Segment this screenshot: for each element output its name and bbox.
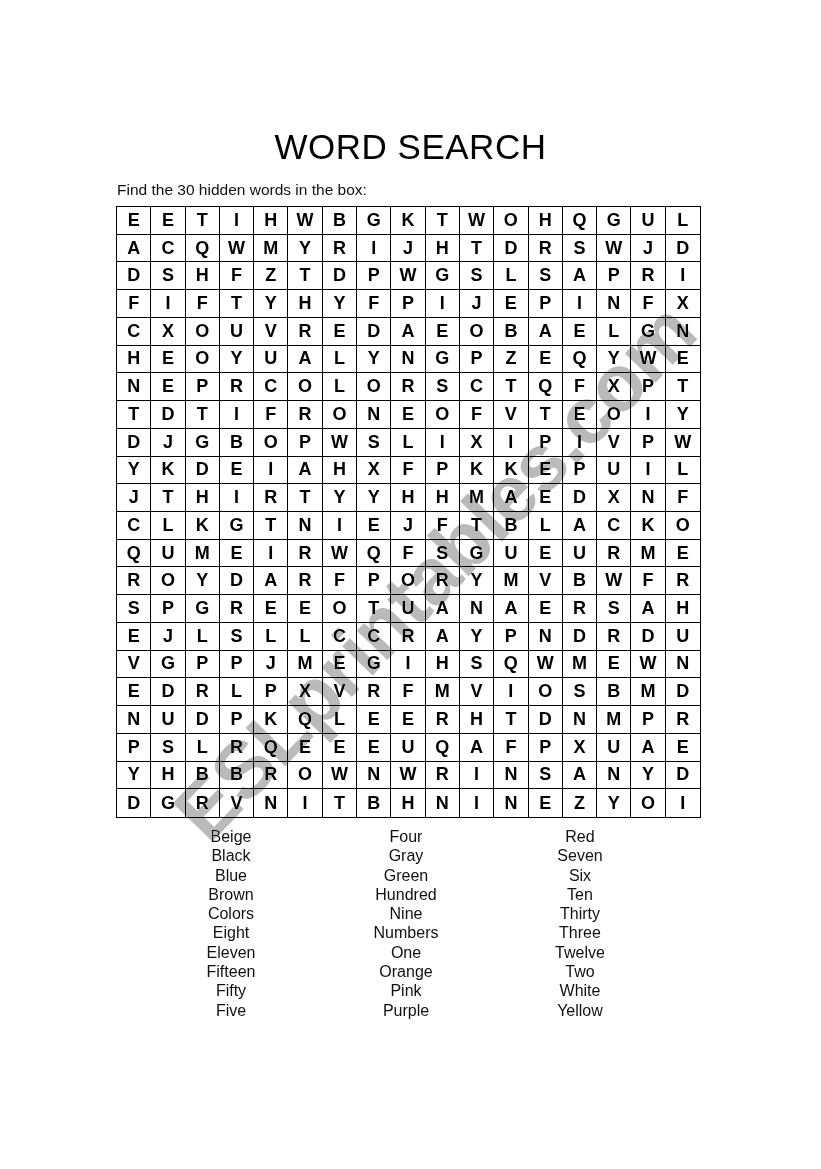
grid-cell[interactable]: K bbox=[391, 207, 425, 235]
grid-cell[interactable]: I bbox=[220, 401, 254, 429]
grid-cell[interactable]: N bbox=[391, 346, 425, 374]
grid-cell[interactable]: E bbox=[357, 512, 391, 540]
grid-cell[interactable]: M bbox=[426, 678, 460, 706]
grid-cell[interactable]: I bbox=[631, 457, 665, 485]
grid-cell[interactable]: W bbox=[391, 262, 425, 290]
grid-cell[interactable]: B bbox=[220, 762, 254, 790]
grid-cell[interactable]: V bbox=[117, 651, 151, 679]
grid-cell[interactable]: I bbox=[426, 290, 460, 318]
grid-cell[interactable]: F bbox=[563, 373, 597, 401]
grid-cell[interactable]: Y bbox=[597, 789, 631, 817]
grid-cell[interactable]: M bbox=[254, 235, 288, 263]
grid-cell[interactable]: H bbox=[323, 457, 357, 485]
grid-cell[interactable]: E bbox=[357, 706, 391, 734]
grid-cell[interactable]: F bbox=[666, 484, 700, 512]
grid-cell[interactable]: U bbox=[151, 706, 185, 734]
grid-cell[interactable]: O bbox=[323, 595, 357, 623]
grid-cell[interactable]: W bbox=[597, 567, 631, 595]
grid-cell[interactable]: L bbox=[666, 457, 700, 485]
grid-cell[interactable]: T bbox=[151, 484, 185, 512]
grid-cell[interactable]: P bbox=[426, 457, 460, 485]
grid-cell[interactable]: N bbox=[631, 484, 665, 512]
grid-cell[interactable]: I bbox=[563, 429, 597, 457]
grid-cell[interactable]: G bbox=[186, 429, 220, 457]
grid-cell[interactable]: Y bbox=[357, 484, 391, 512]
grid-cell[interactable]: I bbox=[151, 290, 185, 318]
grid-cell[interactable]: O bbox=[529, 678, 563, 706]
grid-cell[interactable]: Z bbox=[494, 346, 528, 374]
grid-cell[interactable]: T bbox=[494, 706, 528, 734]
grid-cell[interactable]: Q bbox=[117, 540, 151, 568]
grid-cell[interactable]: R bbox=[426, 567, 460, 595]
grid-cell[interactable]: R bbox=[288, 401, 322, 429]
grid-cell[interactable]: A bbox=[288, 457, 322, 485]
grid-cell[interactable]: P bbox=[494, 623, 528, 651]
grid-cell[interactable]: R bbox=[426, 762, 460, 790]
grid-cell[interactable]: H bbox=[391, 789, 425, 817]
grid-cell[interactable]: R bbox=[254, 484, 288, 512]
grid-cell[interactable]: O bbox=[186, 318, 220, 346]
grid-cell[interactable]: F bbox=[357, 290, 391, 318]
grid-cell[interactable]: H bbox=[391, 484, 425, 512]
grid-cell[interactable]: O bbox=[460, 318, 494, 346]
grid-cell[interactable]: C bbox=[117, 512, 151, 540]
grid-cell[interactable]: L bbox=[186, 623, 220, 651]
grid-cell[interactable]: X bbox=[597, 484, 631, 512]
grid-cell[interactable]: D bbox=[666, 235, 700, 263]
grid-cell[interactable]: L bbox=[323, 706, 357, 734]
grid-cell[interactable]: A bbox=[563, 512, 597, 540]
grid-cell[interactable]: O bbox=[186, 346, 220, 374]
grid-cell[interactable]: A bbox=[529, 318, 563, 346]
grid-cell[interactable]: W bbox=[220, 235, 254, 263]
grid-cell[interactable]: E bbox=[529, 789, 563, 817]
grid-cell[interactable]: R bbox=[323, 235, 357, 263]
grid-cell[interactable]: S bbox=[151, 734, 185, 762]
grid-cell[interactable]: Q bbox=[288, 706, 322, 734]
grid-cell[interactable]: H bbox=[117, 346, 151, 374]
grid-cell[interactable]: H bbox=[666, 595, 700, 623]
grid-cell[interactable]: L bbox=[391, 429, 425, 457]
grid-cell[interactable]: R bbox=[220, 373, 254, 401]
grid-cell[interactable]: E bbox=[220, 540, 254, 568]
grid-cell[interactable]: W bbox=[631, 346, 665, 374]
grid-cell[interactable]: B bbox=[220, 429, 254, 457]
grid-cell[interactable]: X bbox=[357, 457, 391, 485]
grid-cell[interactable]: D bbox=[151, 401, 185, 429]
grid-cell[interactable]: N bbox=[117, 373, 151, 401]
grid-cell[interactable]: I bbox=[666, 262, 700, 290]
grid-cell[interactable]: I bbox=[254, 540, 288, 568]
grid-cell[interactable]: O bbox=[254, 429, 288, 457]
grid-cell[interactable]: P bbox=[117, 734, 151, 762]
grid-cell[interactable]: D bbox=[563, 484, 597, 512]
grid-cell[interactable]: S bbox=[117, 595, 151, 623]
grid-cell[interactable]: F bbox=[254, 401, 288, 429]
grid-cell[interactable]: E bbox=[391, 706, 425, 734]
grid-cell[interactable]: F bbox=[426, 512, 460, 540]
grid-cell[interactable]: X bbox=[666, 290, 700, 318]
grid-cell[interactable]: R bbox=[220, 595, 254, 623]
grid-cell[interactable]: U bbox=[563, 540, 597, 568]
grid-cell[interactable]: J bbox=[460, 290, 494, 318]
grid-cell[interactable]: Y bbox=[631, 762, 665, 790]
grid-cell[interactable]: Q bbox=[426, 734, 460, 762]
grid-cell[interactable]: F bbox=[460, 401, 494, 429]
grid-cell[interactable]: P bbox=[460, 346, 494, 374]
grid-cell[interactable]: W bbox=[323, 540, 357, 568]
grid-cell[interactable]: R bbox=[597, 540, 631, 568]
grid-cell[interactable]: R bbox=[597, 623, 631, 651]
grid-cell[interactable]: P bbox=[529, 429, 563, 457]
grid-cell[interactable]: E bbox=[563, 401, 597, 429]
grid-cell[interactable]: E bbox=[666, 734, 700, 762]
grid-cell[interactable]: S bbox=[597, 595, 631, 623]
grid-cell[interactable]: N bbox=[426, 789, 460, 817]
grid-cell[interactable]: S bbox=[529, 762, 563, 790]
grid-cell[interactable]: I bbox=[460, 762, 494, 790]
grid-cell[interactable]: S bbox=[563, 678, 597, 706]
grid-cell[interactable]: E bbox=[494, 290, 528, 318]
grid-cell[interactable]: J bbox=[254, 651, 288, 679]
grid-cell[interactable]: R bbox=[288, 318, 322, 346]
grid-cell[interactable]: E bbox=[529, 484, 563, 512]
grid-cell[interactable]: H bbox=[460, 706, 494, 734]
grid-cell[interactable]: E bbox=[529, 457, 563, 485]
grid-cell[interactable]: O bbox=[597, 401, 631, 429]
grid-cell[interactable]: Z bbox=[563, 789, 597, 817]
grid-cell[interactable]: J bbox=[391, 235, 425, 263]
grid-cell[interactable]: W bbox=[666, 429, 700, 457]
grid-cell[interactable]: I bbox=[323, 512, 357, 540]
grid-cell[interactable]: E bbox=[563, 318, 597, 346]
grid-cell[interactable]: L bbox=[529, 512, 563, 540]
grid-cell[interactable]: T bbox=[254, 512, 288, 540]
grid-cell[interactable]: F bbox=[117, 290, 151, 318]
grid-cell[interactable]: E bbox=[117, 678, 151, 706]
grid-cell[interactable]: Q bbox=[529, 373, 563, 401]
grid-cell[interactable]: D bbox=[323, 262, 357, 290]
grid-cell[interactable]: D bbox=[117, 789, 151, 817]
grid-cell[interactable]: B bbox=[323, 207, 357, 235]
grid-cell[interactable]: N bbox=[666, 318, 700, 346]
grid-cell[interactable]: T bbox=[288, 484, 322, 512]
grid-cell[interactable]: V bbox=[460, 678, 494, 706]
grid-cell[interactable]: D bbox=[117, 262, 151, 290]
grid-cell[interactable]: E bbox=[391, 401, 425, 429]
grid-cell[interactable]: M bbox=[631, 678, 665, 706]
grid-cell[interactable]: N bbox=[117, 706, 151, 734]
grid-cell[interactable]: G bbox=[426, 262, 460, 290]
grid-cell[interactable]: B bbox=[357, 789, 391, 817]
grid-cell[interactable]: P bbox=[357, 262, 391, 290]
grid-cell[interactable]: L bbox=[597, 318, 631, 346]
grid-cell[interactable]: I bbox=[460, 789, 494, 817]
grid-cell[interactable]: W bbox=[631, 651, 665, 679]
grid-cell[interactable]: I bbox=[254, 457, 288, 485]
grid-cell[interactable]: O bbox=[288, 762, 322, 790]
grid-cell[interactable]: I bbox=[631, 401, 665, 429]
grid-cell[interactable]: T bbox=[220, 290, 254, 318]
grid-cell[interactable]: G bbox=[151, 651, 185, 679]
grid-cell[interactable]: S bbox=[460, 651, 494, 679]
grid-cell[interactable]: Y bbox=[220, 346, 254, 374]
grid-cell[interactable]: Y bbox=[186, 567, 220, 595]
grid-cell[interactable]: S bbox=[220, 623, 254, 651]
grid-cell[interactable]: D bbox=[631, 623, 665, 651]
grid-cell[interactable]: V bbox=[323, 678, 357, 706]
grid-cell[interactable]: A bbox=[426, 595, 460, 623]
grid-cell[interactable]: B bbox=[563, 567, 597, 595]
grid-cell[interactable]: C bbox=[151, 235, 185, 263]
grid-cell[interactable]: F bbox=[391, 540, 425, 568]
grid-cell[interactable]: I bbox=[666, 789, 700, 817]
grid-cell[interactable]: U bbox=[254, 346, 288, 374]
grid-cell[interactable]: R bbox=[220, 734, 254, 762]
grid-cell[interactable]: B bbox=[494, 512, 528, 540]
grid-cell[interactable]: T bbox=[186, 207, 220, 235]
grid-cell[interactable]: R bbox=[288, 567, 322, 595]
grid-cell[interactable]: D bbox=[186, 457, 220, 485]
grid-cell[interactable]: I bbox=[288, 789, 322, 817]
grid-cell[interactable]: G bbox=[186, 595, 220, 623]
grid-cell[interactable]: P bbox=[186, 373, 220, 401]
grid-cell[interactable]: F bbox=[323, 567, 357, 595]
grid-cell[interactable]: X bbox=[563, 734, 597, 762]
grid-cell[interactable]: E bbox=[323, 734, 357, 762]
grid-cell[interactable]: I bbox=[494, 678, 528, 706]
grid-cell[interactable]: N bbox=[254, 789, 288, 817]
grid-cell[interactable]: E bbox=[426, 318, 460, 346]
grid-cell[interactable]: G bbox=[220, 512, 254, 540]
grid-cell[interactable]: A bbox=[631, 595, 665, 623]
grid-cell[interactable]: B bbox=[597, 678, 631, 706]
grid-cell[interactable]: E bbox=[117, 207, 151, 235]
grid-cell[interactable]: W bbox=[460, 207, 494, 235]
grid-cell[interactable]: E bbox=[220, 457, 254, 485]
grid-cell[interactable]: G bbox=[426, 346, 460, 374]
grid-cell[interactable]: Y bbox=[117, 762, 151, 790]
grid-cell[interactable]: R bbox=[117, 567, 151, 595]
grid-cell[interactable]: E bbox=[323, 651, 357, 679]
grid-cell[interactable]: U bbox=[597, 457, 631, 485]
grid-cell[interactable]: V bbox=[494, 401, 528, 429]
grid-cell[interactable]: E bbox=[666, 346, 700, 374]
grid-cell[interactable]: H bbox=[151, 762, 185, 790]
grid-cell[interactable]: P bbox=[186, 651, 220, 679]
grid-cell[interactable]: R bbox=[631, 262, 665, 290]
grid-cell[interactable]: A bbox=[460, 734, 494, 762]
grid-cell[interactable]: R bbox=[529, 235, 563, 263]
grid-cell[interactable]: L bbox=[494, 262, 528, 290]
grid-cell[interactable]: W bbox=[288, 207, 322, 235]
grid-cell[interactable]: Y bbox=[323, 290, 357, 318]
grid-cell[interactable]: E bbox=[529, 346, 563, 374]
grid-cell[interactable]: T bbox=[288, 262, 322, 290]
grid-cell[interactable]: O bbox=[494, 207, 528, 235]
grid-cell[interactable]: A bbox=[426, 623, 460, 651]
grid-cell[interactable]: D bbox=[117, 429, 151, 457]
grid-cell[interactable]: K bbox=[151, 457, 185, 485]
grid-cell[interactable]: R bbox=[357, 678, 391, 706]
grid-cell[interactable]: S bbox=[563, 235, 597, 263]
grid-cell[interactable]: S bbox=[426, 540, 460, 568]
grid-cell[interactable]: P bbox=[288, 429, 322, 457]
grid-cell[interactable]: E bbox=[357, 734, 391, 762]
grid-cell[interactable]: F bbox=[631, 567, 665, 595]
grid-cell[interactable]: P bbox=[357, 567, 391, 595]
grid-cell[interactable]: W bbox=[597, 235, 631, 263]
grid-cell[interactable]: Y bbox=[323, 484, 357, 512]
grid-cell[interactable]: G bbox=[151, 789, 185, 817]
grid-cell[interactable]: O bbox=[357, 373, 391, 401]
grid-cell[interactable]: S bbox=[460, 262, 494, 290]
grid-cell[interactable]: B bbox=[186, 762, 220, 790]
grid-cell[interactable]: T bbox=[460, 512, 494, 540]
grid-cell[interactable]: H bbox=[288, 290, 322, 318]
grid-cell[interactable]: W bbox=[391, 762, 425, 790]
grid-cell[interactable]: J bbox=[151, 429, 185, 457]
grid-cell[interactable]: N bbox=[597, 762, 631, 790]
grid-cell[interactable]: V bbox=[254, 318, 288, 346]
grid-cell[interactable]: O bbox=[631, 789, 665, 817]
grid-cell[interactable]: S bbox=[151, 262, 185, 290]
grid-cell[interactable]: E bbox=[529, 595, 563, 623]
grid-cell[interactable]: K bbox=[494, 457, 528, 485]
grid-cell[interactable]: Y bbox=[597, 346, 631, 374]
grid-cell[interactable]: T bbox=[460, 235, 494, 263]
grid-cell[interactable]: A bbox=[494, 484, 528, 512]
grid-cell[interactable]: Z bbox=[254, 262, 288, 290]
grid-cell[interactable]: A bbox=[494, 595, 528, 623]
grid-cell[interactable]: R bbox=[391, 623, 425, 651]
grid-cell[interactable]: C bbox=[117, 318, 151, 346]
grid-cell[interactable]: U bbox=[597, 734, 631, 762]
grid-cell[interactable]: W bbox=[529, 651, 563, 679]
grid-cell[interactable]: T bbox=[357, 595, 391, 623]
grid-cell[interactable]: P bbox=[631, 373, 665, 401]
grid-cell[interactable]: Q bbox=[186, 235, 220, 263]
grid-cell[interactable]: G bbox=[357, 651, 391, 679]
grid-cell[interactable]: F bbox=[391, 457, 425, 485]
grid-cell[interactable]: I bbox=[220, 207, 254, 235]
grid-cell[interactable]: U bbox=[220, 318, 254, 346]
grid-cell[interactable]: X bbox=[597, 373, 631, 401]
grid-cell[interactable]: U bbox=[631, 207, 665, 235]
grid-cell[interactable]: U bbox=[391, 595, 425, 623]
grid-cell[interactable]: A bbox=[563, 762, 597, 790]
grid-cell[interactable]: E bbox=[288, 734, 322, 762]
grid-cell[interactable]: C bbox=[597, 512, 631, 540]
grid-cell[interactable]: O bbox=[666, 512, 700, 540]
grid-cell[interactable]: Q bbox=[357, 540, 391, 568]
grid-cell[interactable]: F bbox=[220, 262, 254, 290]
grid-cell[interactable]: O bbox=[288, 373, 322, 401]
grid-cell[interactable]: L bbox=[186, 734, 220, 762]
grid-cell[interactable]: P bbox=[529, 290, 563, 318]
grid-cell[interactable]: U bbox=[151, 540, 185, 568]
grid-cell[interactable]: W bbox=[323, 762, 357, 790]
grid-cell[interactable]: Y bbox=[288, 235, 322, 263]
grid-cell[interactable]: N bbox=[494, 762, 528, 790]
grid-cell[interactable]: I bbox=[391, 651, 425, 679]
grid-cell[interactable]: Y bbox=[117, 457, 151, 485]
grid-cell[interactable]: Y bbox=[460, 567, 494, 595]
grid-cell[interactable]: S bbox=[426, 373, 460, 401]
grid-cell[interactable]: N bbox=[529, 623, 563, 651]
grid-cell[interactable]: V bbox=[529, 567, 563, 595]
grid-cell[interactable]: U bbox=[666, 623, 700, 651]
grid-cell[interactable]: H bbox=[426, 235, 460, 263]
grid-cell[interactable]: K bbox=[460, 457, 494, 485]
grid-cell[interactable]: C bbox=[254, 373, 288, 401]
grid-cell[interactable]: T bbox=[494, 373, 528, 401]
grid-cell[interactable]: A bbox=[563, 262, 597, 290]
grid-cell[interactable]: Y bbox=[666, 401, 700, 429]
grid-cell[interactable]: K bbox=[254, 706, 288, 734]
grid-cell[interactable]: M bbox=[186, 540, 220, 568]
grid-cell[interactable]: I bbox=[357, 235, 391, 263]
grid-cell[interactable]: J bbox=[117, 484, 151, 512]
grid-cell[interactable]: D bbox=[151, 678, 185, 706]
grid-cell[interactable]: U bbox=[391, 734, 425, 762]
grid-cell[interactable]: K bbox=[186, 512, 220, 540]
grid-cell[interactable]: T bbox=[323, 789, 357, 817]
grid-cell[interactable]: P bbox=[597, 262, 631, 290]
grid-cell[interactable]: I bbox=[494, 429, 528, 457]
grid-cell[interactable]: N bbox=[460, 595, 494, 623]
grid-cell[interactable]: N bbox=[357, 762, 391, 790]
grid-cell[interactable]: P bbox=[529, 734, 563, 762]
grid-cell[interactable]: N bbox=[357, 401, 391, 429]
grid-cell[interactable]: A bbox=[391, 318, 425, 346]
grid-cell[interactable]: N bbox=[666, 651, 700, 679]
grid-cell[interactable]: D bbox=[186, 706, 220, 734]
grid-cell[interactable]: E bbox=[151, 207, 185, 235]
grid-cell[interactable]: P bbox=[254, 678, 288, 706]
grid-cell[interactable]: X bbox=[460, 429, 494, 457]
grid-cell[interactable]: E bbox=[117, 623, 151, 651]
grid-cell[interactable]: P bbox=[391, 290, 425, 318]
grid-cell[interactable]: J bbox=[391, 512, 425, 540]
grid-cell[interactable]: N bbox=[288, 512, 322, 540]
grid-cell[interactable]: T bbox=[426, 207, 460, 235]
grid-cell[interactable]: O bbox=[151, 567, 185, 595]
grid-cell[interactable]: V bbox=[597, 429, 631, 457]
grid-cell[interactable]: R bbox=[288, 540, 322, 568]
grid-cell[interactable]: R bbox=[666, 706, 700, 734]
grid-cell[interactable]: R bbox=[666, 567, 700, 595]
grid-cell[interactable]: Q bbox=[563, 207, 597, 235]
grid-cell[interactable]: S bbox=[529, 262, 563, 290]
grid-cell[interactable]: M bbox=[460, 484, 494, 512]
grid-cell[interactable]: L bbox=[323, 346, 357, 374]
grid-cell[interactable]: F bbox=[391, 678, 425, 706]
grid-cell[interactable]: E bbox=[254, 595, 288, 623]
grid-cell[interactable]: M bbox=[597, 706, 631, 734]
grid-cell[interactable]: G bbox=[357, 207, 391, 235]
grid-cell[interactable]: E bbox=[151, 373, 185, 401]
grid-cell[interactable]: V bbox=[220, 789, 254, 817]
grid-cell[interactable]: X bbox=[151, 318, 185, 346]
grid-cell[interactable]: C bbox=[323, 623, 357, 651]
grid-cell[interactable]: I bbox=[563, 290, 597, 318]
grid-cell[interactable]: Q bbox=[254, 734, 288, 762]
grid-cell[interactable]: E bbox=[151, 346, 185, 374]
grid-cell[interactable]: L bbox=[151, 512, 185, 540]
grid-cell[interactable]: H bbox=[426, 651, 460, 679]
grid-cell[interactable]: K bbox=[631, 512, 665, 540]
